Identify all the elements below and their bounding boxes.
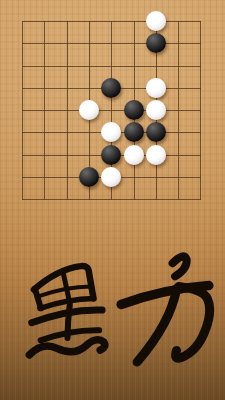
black-stone (101, 78, 121, 98)
char-hei-icon (25, 265, 105, 355)
game-screen: 黑方 (0, 0, 225, 400)
black-stone (124, 100, 144, 120)
grid-vline (200, 21, 201, 200)
grid-vline (22, 21, 23, 200)
black-stone (101, 145, 121, 165)
white-stone (101, 122, 121, 142)
char-fang-icon (119, 254, 211, 364)
black-stone (79, 167, 99, 187)
grid-vline (178, 21, 179, 200)
black-stone (146, 122, 166, 142)
white-stone (146, 11, 166, 31)
board[interactable] (22, 21, 201, 200)
black-stone (146, 33, 166, 53)
white-stone (146, 145, 166, 165)
black-stone (124, 122, 144, 142)
white-stone (146, 78, 166, 98)
white-stone (101, 167, 121, 187)
white-stone (124, 145, 144, 165)
grid-vline (67, 21, 68, 200)
grid-vline (44, 21, 45, 200)
white-stone (79, 100, 99, 120)
white-stone (146, 100, 166, 120)
black-side-calligraphy: 黑方 (25, 243, 215, 373)
calligraphy-svg (25, 243, 215, 373)
